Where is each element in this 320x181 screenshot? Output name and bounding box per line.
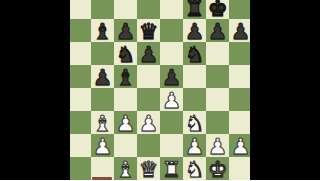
square-f8[interactable]: ♜: [183, 0, 206, 19]
piece-black-bishop: ♝: [93, 20, 113, 43]
square-c3[interactable]: ♟: [114, 111, 137, 134]
square-g3[interactable]: [206, 111, 229, 134]
square-b7[interactable]: ♝: [91, 19, 114, 42]
square-g8[interactable]: ♚: [206, 0, 229, 19]
square-e8[interactable]: [160, 0, 183, 19]
piece-black-bishop: ♝: [116, 66, 136, 89]
square-d5[interactable]: [137, 65, 160, 88]
square-b6[interactable]: [91, 42, 114, 65]
piece-black-pawn: ♟: [208, 20, 228, 43]
square-h7[interactable]: ♟: [229, 19, 250, 42]
square-d4[interactable]: [137, 88, 160, 111]
square-e6[interactable]: [160, 42, 183, 65]
square-e5[interactable]: ♟: [160, 65, 183, 88]
piece-black-rook: ♜: [185, 0, 205, 20]
square-b3[interactable]: ♝: [91, 111, 114, 134]
square-f1[interactable]: ♞: [183, 157, 206, 180]
square-g2[interactable]: ♟: [206, 134, 229, 157]
square-g1[interactable]: ♚: [206, 157, 229, 180]
square-d7[interactable]: ♛: [137, 19, 160, 42]
square-f5[interactable]: [183, 65, 206, 88]
square-b8[interactable]: [91, 0, 114, 19]
piece-white-pawn: ♟: [162, 89, 182, 112]
square-f6[interactable]: ♞: [183, 42, 206, 65]
piece-black-knight: ♞: [185, 43, 205, 66]
chess-video-content[interactable]: ♜♚♝♟♛♟♟♟♞♟♞♟♝♟♟♝♟♟♞♟♟♟♟♝♛♜♞♚: [70, 0, 250, 180]
piece-white-pawn: ♟: [116, 112, 136, 135]
square-b4[interactable]: [91, 88, 114, 111]
square-g6[interactable]: [206, 42, 229, 65]
piece-black-pawn: ♟: [139, 43, 159, 66]
square-g7[interactable]: ♟: [206, 19, 229, 42]
square-h8[interactable]: [229, 0, 250, 19]
pillarbox-left-bar: [0, 0, 70, 180]
piece-white-pawn: ♟: [231, 135, 250, 158]
square-b5[interactable]: ♟: [91, 65, 114, 88]
square-c8[interactable]: [114, 0, 137, 19]
square-a2[interactable]: [70, 134, 91, 157]
square-a8[interactable]: [70, 0, 91, 19]
piece-white-pawn: ♟: [185, 135, 205, 158]
square-c5[interactable]: ♝: [114, 65, 137, 88]
square-c1[interactable]: ♝: [114, 157, 137, 180]
square-e3[interactable]: [160, 111, 183, 134]
square-e4[interactable]: ♟: [160, 88, 183, 111]
square-c2[interactable]: [114, 134, 137, 157]
square-d3[interactable]: ♟: [137, 111, 160, 134]
pillarbox-right-bar: [250, 0, 320, 180]
piece-white-bishop: ♝: [116, 158, 136, 181]
square-d1[interactable]: ♛: [137, 157, 160, 180]
video-artifact-red-streak: [92, 177, 112, 180]
piece-black-pawn: ♟: [93, 66, 113, 89]
square-g4[interactable]: [206, 88, 229, 111]
square-h6[interactable]: [229, 42, 250, 65]
square-e7[interactable]: [160, 19, 183, 42]
square-h4[interactable]: [229, 88, 250, 111]
square-e2[interactable]: [160, 134, 183, 157]
square-c4[interactable]: [114, 88, 137, 111]
piece-white-rook: ♜: [162, 158, 182, 181]
piece-black-queen: ♛: [139, 20, 159, 43]
piece-black-knight: ♞: [116, 43, 136, 66]
piece-black-pawn: ♟: [185, 20, 205, 43]
square-d6[interactable]: ♟: [137, 42, 160, 65]
chess-board: ♜♚♝♟♛♟♟♟♞♟♞♟♝♟♟♝♟♟♞♟♟♟♟♝♛♜♞♚: [70, 0, 250, 180]
square-d2[interactable]: [137, 134, 160, 157]
square-h5[interactable]: [229, 65, 250, 88]
square-f7[interactable]: ♟: [183, 19, 206, 42]
square-a7[interactable]: [70, 19, 91, 42]
piece-black-pawn: ♟: [231, 20, 250, 43]
piece-black-pawn: ♟: [116, 20, 136, 43]
square-h2[interactable]: ♟: [229, 134, 250, 157]
piece-white-king: ♚: [208, 158, 228, 181]
square-a4[interactable]: [70, 88, 91, 111]
square-h1[interactable]: [229, 157, 250, 180]
piece-black-king: ♚: [208, 0, 228, 20]
square-a5[interactable]: [70, 65, 91, 88]
piece-black-pawn: ♟: [162, 66, 182, 89]
piece-white-pawn: ♟: [208, 135, 228, 158]
piece-white-bishop: ♝: [93, 112, 113, 135]
square-g5[interactable]: [206, 65, 229, 88]
square-a1[interactable]: [70, 157, 91, 180]
square-h3[interactable]: [229, 111, 250, 134]
piece-white-queen: ♛: [139, 158, 159, 181]
square-e1[interactable]: ♜: [160, 157, 183, 180]
piece-white-pawn: ♟: [139, 112, 159, 135]
square-f3[interactable]: ♞: [183, 111, 206, 134]
square-a3[interactable]: [70, 111, 91, 134]
square-d8[interactable]: [137, 0, 160, 19]
square-b2[interactable]: ♟: [91, 134, 114, 157]
piece-white-knight: ♞: [185, 112, 205, 135]
piece-white-knight: ♞: [185, 158, 205, 181]
square-a6[interactable]: [70, 42, 91, 65]
square-f2[interactable]: ♟: [183, 134, 206, 157]
square-c6[interactable]: ♞: [114, 42, 137, 65]
video-frame: ♜♚♝♟♛♟♟♟♞♟♞♟♝♟♟♝♟♟♞♟♟♟♟♝♛♜♞♚: [0, 0, 320, 180]
square-f4[interactable]: [183, 88, 206, 111]
piece-white-pawn: ♟: [93, 135, 113, 158]
square-c7[interactable]: ♟: [114, 19, 137, 42]
